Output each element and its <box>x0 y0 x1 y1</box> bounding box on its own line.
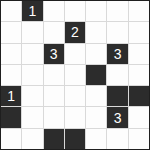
clue-cell-r5c1: 1 <box>1 86 21 106</box>
empty-cell-r1c3[interactable] <box>44 1 64 21</box>
empty-cell-r6c5[interactable] <box>86 107 106 127</box>
empty-cell-r4c2[interactable] <box>22 65 42 85</box>
empty-cell-r6c2[interactable] <box>22 107 42 127</box>
wall-cell-r4c5 <box>86 65 106 85</box>
wall-cell-r5c6 <box>107 86 127 106</box>
empty-cell-r5c4[interactable] <box>65 86 85 106</box>
clue-number: 3 <box>114 111 122 125</box>
empty-cell-r2c3[interactable] <box>44 22 64 42</box>
empty-cell-r1c1[interactable] <box>1 1 21 21</box>
clue-number: 1 <box>7 89 15 103</box>
clue-number: 2 <box>71 25 79 39</box>
empty-cell-r4c6[interactable] <box>107 65 127 85</box>
clue-number: 1 <box>29 4 37 18</box>
clue-cell-r1c2: 1 <box>22 1 42 21</box>
empty-cell-r7c7[interactable] <box>129 129 149 149</box>
clue-number: 3 <box>50 47 58 61</box>
empty-cell-r1c7[interactable] <box>129 1 149 21</box>
empty-cell-r1c4[interactable] <box>65 1 85 21</box>
empty-cell-r6c7[interactable] <box>129 107 149 127</box>
empty-cell-r3c4[interactable] <box>65 44 85 64</box>
empty-cell-r6c4[interactable] <box>65 107 85 127</box>
empty-cell-r7c2[interactable] <box>22 129 42 149</box>
empty-cell-r5c3[interactable] <box>44 86 64 106</box>
empty-cell-r2c7[interactable] <box>129 22 149 42</box>
akari-board: 123313 <box>0 0 150 150</box>
wall-cell-r7c3 <box>44 129 64 149</box>
empty-cell-r3c5[interactable] <box>86 44 106 64</box>
empty-cell-r4c1[interactable] <box>1 65 21 85</box>
empty-cell-r3c7[interactable] <box>129 44 149 64</box>
wall-cell-r5c7 <box>129 86 149 106</box>
empty-cell-r2c6[interactable] <box>107 22 127 42</box>
empty-cell-r1c5[interactable] <box>86 1 106 21</box>
wall-cell-r6c1 <box>1 107 21 127</box>
empty-cell-r7c1[interactable] <box>1 129 21 149</box>
empty-cell-r4c7[interactable] <box>129 65 149 85</box>
empty-cell-r7c6[interactable] <box>107 129 127 149</box>
empty-cell-r3c1[interactable] <box>1 44 21 64</box>
clue-cell-r6c6: 3 <box>107 107 127 127</box>
empty-cell-r5c5[interactable] <box>86 86 106 106</box>
empty-cell-r6c3[interactable] <box>44 107 64 127</box>
empty-cell-r2c1[interactable] <box>1 22 21 42</box>
empty-cell-r7c5[interactable] <box>86 129 106 149</box>
empty-cell-r3c2[interactable] <box>22 44 42 64</box>
wall-cell-r7c4 <box>65 129 85 149</box>
puzzle-stage: 123313 <box>0 0 150 150</box>
empty-cell-r2c2[interactable] <box>22 22 42 42</box>
clue-cell-r2c4: 2 <box>65 22 85 42</box>
empty-cell-r1c6[interactable] <box>107 1 127 21</box>
empty-cell-r4c4[interactable] <box>65 65 85 85</box>
empty-cell-r4c3[interactable] <box>44 65 64 85</box>
empty-cell-r2c5[interactable] <box>86 22 106 42</box>
clue-number: 3 <box>114 47 122 61</box>
empty-cell-r5c2[interactable] <box>22 86 42 106</box>
clue-cell-r3c6: 3 <box>107 44 127 64</box>
clue-cell-r3c3: 3 <box>44 44 64 64</box>
